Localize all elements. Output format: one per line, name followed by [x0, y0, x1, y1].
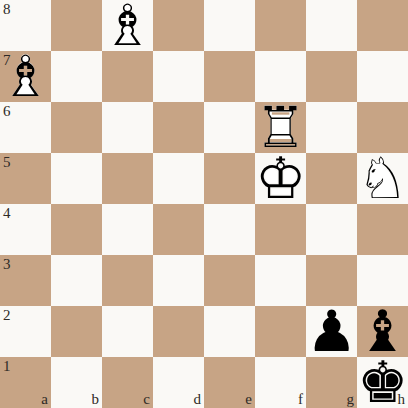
square-b3[interactable] — [51, 255, 102, 306]
white-king[interactable]: ♚♔ — [255, 153, 306, 204]
black-pawn-glyph: ♟ — [306, 306, 357, 357]
black-king[interactable]: ♚ — [357, 357, 408, 408]
square-d7[interactable] — [153, 51, 204, 102]
square-d4[interactable] — [153, 204, 204, 255]
rank-label-3: 3 — [3, 257, 11, 272]
square-c2[interactable] — [102, 306, 153, 357]
square-f4[interactable] — [255, 204, 306, 255]
square-b7[interactable] — [51, 51, 102, 102]
square-f1[interactable]: f — [255, 357, 306, 408]
square-c1[interactable]: c — [102, 357, 153, 408]
square-h8[interactable] — [357, 0, 408, 51]
square-g8[interactable] — [306, 0, 357, 51]
file-label-b: b — [92, 392, 100, 407]
file-label-g: g — [347, 392, 355, 407]
square-c8[interactable]: ♝♗ — [102, 0, 153, 51]
rank-label-4: 4 — [3, 206, 11, 221]
square-f2[interactable] — [255, 306, 306, 357]
square-a5[interactable]: 5 — [0, 153, 51, 204]
white-bishop-glyph-outline: ♗ — [0, 51, 51, 102]
square-a2[interactable]: 2 — [0, 306, 51, 357]
square-g5[interactable] — [306, 153, 357, 204]
square-g1[interactable]: g — [306, 357, 357, 408]
rank-label-8: 8 — [3, 2, 11, 17]
square-e7[interactable] — [204, 51, 255, 102]
square-d1[interactable]: d — [153, 357, 204, 408]
square-d5[interactable] — [153, 153, 204, 204]
square-b5[interactable] — [51, 153, 102, 204]
square-g6[interactable] — [306, 102, 357, 153]
square-h4[interactable] — [357, 204, 408, 255]
square-e3[interactable] — [204, 255, 255, 306]
file-label-f: f — [298, 392, 303, 407]
white-bishop[interactable]: ♝♗ — [102, 0, 153, 51]
square-d8[interactable] — [153, 0, 204, 51]
square-g7[interactable] — [306, 51, 357, 102]
square-e5[interactable] — [204, 153, 255, 204]
black-king-glyph: ♚ — [357, 357, 408, 408]
white-king-glyph-outline: ♔ — [255, 153, 306, 204]
chess-board: 8♝♗7♝♗6♜♖5♚♔♞♘432♟♝1abcdefgh♚ — [0, 0, 408, 408]
square-e4[interactable] — [204, 204, 255, 255]
square-h7[interactable] — [357, 51, 408, 102]
square-a3[interactable]: 3 — [0, 255, 51, 306]
square-c7[interactable] — [102, 51, 153, 102]
rank-label-1: 1 — [3, 359, 11, 374]
file-label-d: d — [194, 392, 202, 407]
square-e6[interactable] — [204, 102, 255, 153]
black-pawn[interactable]: ♟ — [306, 306, 357, 357]
square-c5[interactable] — [102, 153, 153, 204]
square-f5[interactable]: ♚♔ — [255, 153, 306, 204]
white-knight-glyph-outline: ♘ — [357, 153, 408, 204]
square-h5[interactable]: ♞♘ — [357, 153, 408, 204]
square-e2[interactable] — [204, 306, 255, 357]
square-d2[interactable] — [153, 306, 204, 357]
square-b8[interactable] — [51, 0, 102, 51]
square-a1[interactable]: 1a — [0, 357, 51, 408]
file-label-a: a — [41, 392, 48, 407]
square-e8[interactable] — [204, 0, 255, 51]
square-c6[interactable] — [102, 102, 153, 153]
square-h1[interactable]: h♚ — [357, 357, 408, 408]
rank-label-5: 5 — [3, 155, 11, 170]
square-d3[interactable] — [153, 255, 204, 306]
square-g2[interactable]: ♟ — [306, 306, 357, 357]
square-g4[interactable] — [306, 204, 357, 255]
square-a6[interactable]: 6 — [0, 102, 51, 153]
square-a7[interactable]: 7♝♗ — [0, 51, 51, 102]
square-b2[interactable] — [51, 306, 102, 357]
square-c4[interactable] — [102, 204, 153, 255]
rank-label-2: 2 — [3, 308, 11, 323]
square-e1[interactable]: e — [204, 357, 255, 408]
white-bishop[interactable]: ♝♗ — [0, 51, 51, 102]
file-label-e: e — [245, 392, 252, 407]
file-label-c: c — [143, 392, 150, 407]
square-b4[interactable] — [51, 204, 102, 255]
square-c3[interactable] — [102, 255, 153, 306]
square-a4[interactable]: 4 — [0, 204, 51, 255]
square-f8[interactable] — [255, 0, 306, 51]
square-d6[interactable] — [153, 102, 204, 153]
white-knight[interactable]: ♞♘ — [357, 153, 408, 204]
rank-label-6: 6 — [3, 104, 11, 119]
square-b6[interactable] — [51, 102, 102, 153]
square-f3[interactable] — [255, 255, 306, 306]
square-b1[interactable]: b — [51, 357, 102, 408]
white-bishop-glyph-outline: ♗ — [102, 0, 153, 51]
